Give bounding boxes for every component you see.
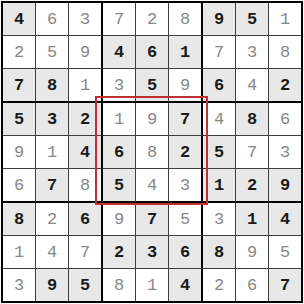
cell-r3c3[interactable]: 1 — [69, 69, 103, 103]
cell-r1c7[interactable]: 9 — [203, 3, 236, 36]
cell-r7c1[interactable]: 8 — [3, 203, 36, 236]
cell-r5c5[interactable]: 8 — [136, 136, 169, 169]
cell-r9c7[interactable]: 2 — [203, 269, 236, 301]
cell-r1c3[interactable]: 3 — [69, 3, 103, 36]
cell-r1c5[interactable]: 2 — [136, 3, 169, 36]
cell-r4c2[interactable]: 3 — [36, 103, 69, 136]
cell-r8c7[interactable]: 8 — [203, 236, 236, 269]
cell-r3c2[interactable]: 8 — [36, 69, 69, 103]
cell-r2c6[interactable]: 1 — [169, 36, 203, 69]
cell-r2c9[interactable]: 8 — [269, 36, 301, 69]
cell-r5c8[interactable]: 7 — [236, 136, 269, 169]
cell-r9c5[interactable]: 1 — [136, 269, 169, 301]
sudoku-board-wrap: 4637289512594617387813596425321974869146… — [1, 1, 303, 303]
cell-r7c2[interactable]: 2 — [36, 203, 69, 236]
cell-r8c6[interactable]: 6 — [169, 236, 203, 269]
cell-r8c1[interactable]: 1 — [3, 236, 36, 269]
cell-r2c4[interactable]: 4 — [103, 36, 136, 69]
cell-r7c6[interactable]: 5 — [169, 203, 203, 236]
cell-r4c1[interactable]: 5 — [3, 103, 36, 136]
cell-r5c6[interactable]: 2 — [169, 136, 203, 169]
cell-r3c6[interactable]: 9 — [169, 69, 203, 103]
cell-r1c9[interactable]: 1 — [269, 3, 301, 36]
cell-r4c3[interactable]: 2 — [69, 103, 103, 136]
cell-r4c7[interactable]: 4 — [203, 103, 236, 136]
cell-r3c9[interactable]: 2 — [269, 69, 301, 103]
cell-r7c3[interactable]: 6 — [69, 203, 103, 236]
sudoku-board: 4637289512594617387813596425321974869146… — [1, 1, 303, 303]
cell-r5c1[interactable]: 9 — [3, 136, 36, 169]
cell-r9c4[interactable]: 8 — [103, 269, 136, 301]
cell-r2c1[interactable]: 2 — [3, 36, 36, 69]
cell-r1c2[interactable]: 6 — [36, 3, 69, 36]
cell-r8c4[interactable]: 2 — [103, 236, 136, 269]
cell-r5c3[interactable]: 4 — [69, 136, 103, 169]
cell-r6c4[interactable]: 5 — [103, 169, 136, 203]
cell-r5c2[interactable]: 1 — [36, 136, 69, 169]
cell-r6c8[interactable]: 2 — [236, 169, 269, 203]
cell-r6c9[interactable]: 9 — [269, 169, 301, 203]
cell-r7c4[interactable]: 9 — [103, 203, 136, 236]
cell-r7c7[interactable]: 3 — [203, 203, 236, 236]
cell-r3c1[interactable]: 7 — [3, 69, 36, 103]
cell-r2c2[interactable]: 5 — [36, 36, 69, 69]
cell-r6c1[interactable]: 6 — [3, 169, 36, 203]
cell-r9c6[interactable]: 4 — [169, 269, 203, 301]
cell-r1c6[interactable]: 8 — [169, 3, 203, 36]
cell-r3c7[interactable]: 6 — [203, 69, 236, 103]
cell-r3c4[interactable]: 3 — [103, 69, 136, 103]
cell-r8c2[interactable]: 4 — [36, 236, 69, 269]
cell-r2c3[interactable]: 9 — [69, 36, 103, 69]
cell-r4c4[interactable]: 1 — [103, 103, 136, 136]
cell-r4c5[interactable]: 9 — [136, 103, 169, 136]
cell-r5c4[interactable]: 6 — [103, 136, 136, 169]
cell-r6c6[interactable]: 3 — [169, 169, 203, 203]
cell-r6c7[interactable]: 1 — [203, 169, 236, 203]
cell-r2c8[interactable]: 3 — [236, 36, 269, 69]
cell-r7c5[interactable]: 7 — [136, 203, 169, 236]
cell-r3c5[interactable]: 5 — [136, 69, 169, 103]
cell-r8c8[interactable]: 9 — [236, 236, 269, 269]
cell-r5c7[interactable]: 5 — [203, 136, 236, 169]
cell-r2c7[interactable]: 7 — [203, 36, 236, 69]
cell-r8c5[interactable]: 3 — [136, 236, 169, 269]
cell-r7c8[interactable]: 1 — [236, 203, 269, 236]
cell-r9c3[interactable]: 5 — [69, 269, 103, 301]
cell-r3c8[interactable]: 4 — [236, 69, 269, 103]
cell-r6c5[interactable]: 4 — [136, 169, 169, 203]
cell-r5c9[interactable]: 3 — [269, 136, 301, 169]
cell-r1c1[interactable]: 4 — [3, 3, 36, 36]
cell-r4c8[interactable]: 8 — [236, 103, 269, 136]
cell-r4c6[interactable]: 7 — [169, 103, 203, 136]
cell-r2c5[interactable]: 6 — [136, 36, 169, 69]
cell-r6c3[interactable]: 8 — [69, 169, 103, 203]
cell-r8c9[interactable]: 5 — [269, 236, 301, 269]
cell-r4c9[interactable]: 6 — [269, 103, 301, 136]
cell-r9c2[interactable]: 9 — [36, 269, 69, 301]
cell-r9c1[interactable]: 3 — [3, 269, 36, 301]
cell-r6c2[interactable]: 7 — [36, 169, 69, 203]
cell-r1c4[interactable]: 7 — [103, 3, 136, 36]
cell-r8c3[interactable]: 7 — [69, 236, 103, 269]
cell-r1c8[interactable]: 5 — [236, 3, 269, 36]
cell-r7c9[interactable]: 4 — [269, 203, 301, 236]
cell-r9c8[interactable]: 6 — [236, 269, 269, 301]
cell-r9c9[interactable]: 7 — [269, 269, 301, 301]
